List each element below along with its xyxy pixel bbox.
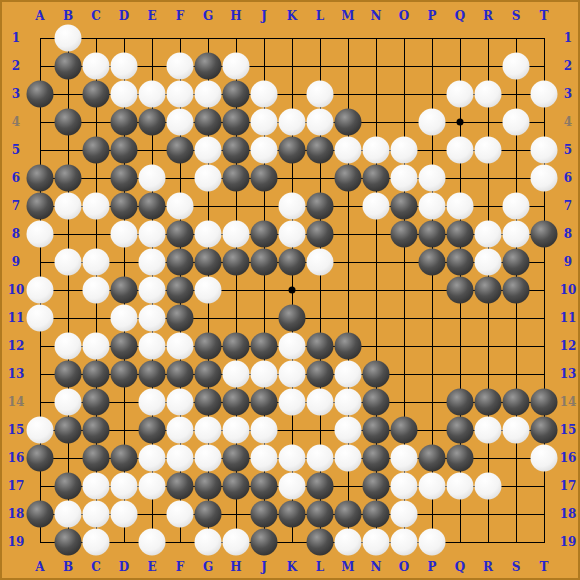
- row-label-left: 18: [8, 507, 25, 521]
- stone-white[interactable]: [139, 333, 166, 360]
- stone-black[interactable]: [139, 109, 166, 136]
- row-label-right: 19: [560, 535, 577, 549]
- stone-white[interactable]: [195, 165, 222, 192]
- row-label-right: 5: [564, 143, 572, 157]
- column-label-bottom: T: [540, 560, 549, 574]
- column-label-bottom: F: [176, 560, 185, 574]
- stone-black[interactable]: [167, 361, 194, 388]
- stone-black[interactable]: [447, 221, 474, 248]
- stone-black[interactable]: [419, 221, 446, 248]
- stone-black[interactable]: [195, 501, 222, 528]
- row-label-left: 10: [8, 283, 25, 297]
- stone-black[interactable]: [279, 305, 306, 332]
- row-label-right: 13: [560, 367, 577, 381]
- stone-white[interactable]: [335, 137, 362, 164]
- row-label-right: 15: [560, 423, 577, 437]
- column-label-top: C: [91, 9, 101, 23]
- stone-black[interactable]: [27, 81, 54, 108]
- stone-black[interactable]: [167, 221, 194, 248]
- stone-white[interactable]: [111, 81, 138, 108]
- stone-black[interactable]: [223, 249, 250, 276]
- stone-white[interactable]: [139, 389, 166, 416]
- row-label-right: 14: [560, 395, 577, 409]
- row-label-right: 11: [560, 311, 577, 325]
- stone-white[interactable]: [335, 389, 362, 416]
- stone-white[interactable]: [27, 221, 54, 248]
- row-label-right: 17: [560, 479, 577, 493]
- stone-white[interactable]: [279, 193, 306, 220]
- row-label-right: 3: [564, 87, 572, 101]
- row-label-right: 10: [560, 283, 577, 297]
- stone-white[interactable]: [251, 445, 278, 472]
- stone-black[interactable]: [391, 417, 418, 444]
- row-label-left: 17: [8, 479, 25, 493]
- stone-white[interactable]: [195, 417, 222, 444]
- stone-black[interactable]: [83, 389, 110, 416]
- row-label-left: 19: [8, 535, 25, 549]
- stone-black[interactable]: [447, 417, 474, 444]
- stone-white[interactable]: [83, 333, 110, 360]
- column-label-top: P: [427, 9, 436, 23]
- column-label-bottom: K: [287, 560, 297, 574]
- stone-white[interactable]: [111, 305, 138, 332]
- stone-black[interactable]: [447, 389, 474, 416]
- stone-white[interactable]: [167, 81, 194, 108]
- column-label-top: B: [63, 9, 73, 23]
- stone-black[interactable]: [363, 473, 390, 500]
- stone-white[interactable]: [167, 417, 194, 444]
- stone-white[interactable]: [83, 277, 110, 304]
- stone-black[interactable]: [167, 277, 194, 304]
- stone-white[interactable]: [111, 501, 138, 528]
- stone-white[interactable]: [139, 305, 166, 332]
- stone-black[interactable]: [391, 193, 418, 220]
- stone-white[interactable]: [27, 277, 54, 304]
- stone-white[interactable]: [419, 473, 446, 500]
- star-point: [457, 119, 464, 126]
- stone-black[interactable]: [363, 417, 390, 444]
- stone-white[interactable]: [167, 53, 194, 80]
- stone-white[interactable]: [139, 165, 166, 192]
- column-label-bottom: C: [91, 560, 101, 574]
- stone-black[interactable]: [55, 473, 82, 500]
- column-label-top: M: [341, 9, 354, 23]
- stone-black[interactable]: [83, 361, 110, 388]
- row-label-left: 14: [8, 395, 25, 409]
- stone-white[interactable]: [139, 249, 166, 276]
- stone-black[interactable]: [363, 501, 390, 528]
- stone-white[interactable]: [335, 361, 362, 388]
- stone-white[interactable]: [139, 81, 166, 108]
- stone-black[interactable]: [55, 109, 82, 136]
- stone-white[interactable]: [531, 81, 558, 108]
- stone-black[interactable]: [27, 501, 54, 528]
- stone-white[interactable]: [391, 165, 418, 192]
- stone-white[interactable]: [503, 109, 530, 136]
- stone-black[interactable]: [335, 501, 362, 528]
- stone-white[interactable]: [195, 277, 222, 304]
- stone-black[interactable]: [111, 333, 138, 360]
- row-label-left: 7: [12, 199, 20, 213]
- stone-black[interactable]: [83, 417, 110, 444]
- stone-black[interactable]: [531, 417, 558, 444]
- stone-white[interactable]: [195, 445, 222, 472]
- stone-black[interactable]: [531, 389, 558, 416]
- stone-black[interactable]: [27, 193, 54, 220]
- column-label-top: F: [176, 9, 185, 23]
- stone-black[interactable]: [195, 249, 222, 276]
- stone-black[interactable]: [167, 305, 194, 332]
- stone-white[interactable]: [195, 221, 222, 248]
- stone-black[interactable]: [223, 81, 250, 108]
- column-label-bottom: B: [63, 560, 73, 574]
- stone-black[interactable]: [363, 445, 390, 472]
- stone-black[interactable]: [307, 529, 334, 556]
- row-label-right: 1: [564, 31, 572, 45]
- stone-black[interactable]: [307, 361, 334, 388]
- stone-black[interactable]: [223, 109, 250, 136]
- stone-black[interactable]: [55, 529, 82, 556]
- stone-white[interactable]: [475, 221, 502, 248]
- stone-black[interactable]: [195, 333, 222, 360]
- stone-black[interactable]: [447, 277, 474, 304]
- stone-white[interactable]: [83, 53, 110, 80]
- stone-white[interactable]: [167, 501, 194, 528]
- row-label-right: 18: [560, 507, 577, 521]
- stone-white[interactable]: [83, 473, 110, 500]
- stone-white[interactable]: [447, 137, 474, 164]
- stone-white[interactable]: [531, 137, 558, 164]
- row-label-left: 1: [12, 31, 20, 45]
- column-label-bottom: M: [341, 560, 354, 574]
- stone-black[interactable]: [111, 361, 138, 388]
- stone-white[interactable]: [167, 333, 194, 360]
- stone-white[interactable]: [167, 389, 194, 416]
- stone-white[interactable]: [503, 221, 530, 248]
- stone-black[interactable]: [55, 361, 82, 388]
- stone-black[interactable]: [419, 249, 446, 276]
- stone-black[interactable]: [139, 193, 166, 220]
- stone-white[interactable]: [307, 389, 334, 416]
- stone-black[interactable]: [307, 473, 334, 500]
- stone-white[interactable]: [83, 529, 110, 556]
- stone-white[interactable]: [167, 193, 194, 220]
- stone-black[interactable]: [279, 249, 306, 276]
- column-label-bottom: S: [512, 560, 521, 574]
- stone-black[interactable]: [531, 221, 558, 248]
- row-label-right: 12: [560, 339, 577, 353]
- stone-white[interactable]: [279, 333, 306, 360]
- row-label-left: 4: [12, 115, 20, 129]
- stone-black[interactable]: [139, 361, 166, 388]
- stone-white[interactable]: [251, 109, 278, 136]
- row-label-left: 15: [8, 423, 25, 437]
- row-label-right: 8: [564, 227, 572, 241]
- column-label-top: O: [399, 9, 409, 23]
- stone-white[interactable]: [195, 81, 222, 108]
- stone-white[interactable]: [391, 501, 418, 528]
- stone-black[interactable]: [27, 445, 54, 472]
- column-label-bottom: L: [316, 560, 324, 574]
- row-label-left: 5: [12, 143, 20, 157]
- stone-black[interactable]: [251, 333, 278, 360]
- stone-white[interactable]: [223, 361, 250, 388]
- stone-white[interactable]: [363, 529, 390, 556]
- stone-white[interactable]: [419, 529, 446, 556]
- stone-white[interactable]: [335, 417, 362, 444]
- column-label-top: D: [119, 9, 129, 23]
- row-label-left: 6: [12, 171, 20, 185]
- stone-black[interactable]: [279, 137, 306, 164]
- stone-white[interactable]: [307, 81, 334, 108]
- stone-white[interactable]: [307, 109, 334, 136]
- stone-white[interactable]: [139, 445, 166, 472]
- stone-black[interactable]: [167, 249, 194, 276]
- stone-white[interactable]: [503, 417, 530, 444]
- go-board[interactable]: AABBCCDDEEFFGGHHJJKKLLMMNNOOPPQQRRSSTT11…: [0, 0, 580, 580]
- stone-white[interactable]: [531, 165, 558, 192]
- column-label-bottom: A: [35, 560, 44, 574]
- stone-white[interactable]: [391, 445, 418, 472]
- stone-black[interactable]: [223, 165, 250, 192]
- stone-white[interactable]: [279, 445, 306, 472]
- stone-black[interactable]: [55, 417, 82, 444]
- stone-black[interactable]: [139, 417, 166, 444]
- stone-black[interactable]: [27, 165, 54, 192]
- stone-white[interactable]: [195, 529, 222, 556]
- stone-white[interactable]: [279, 361, 306, 388]
- stone-black[interactable]: [475, 389, 502, 416]
- column-label-top: T: [540, 9, 549, 23]
- stone-white[interactable]: [55, 249, 82, 276]
- stone-black[interactable]: [223, 137, 250, 164]
- stone-black[interactable]: [111, 137, 138, 164]
- column-label-top: R: [483, 9, 493, 23]
- stone-black[interactable]: [391, 221, 418, 248]
- stone-black[interactable]: [251, 389, 278, 416]
- column-label-bottom: G: [203, 560, 213, 574]
- stone-white[interactable]: [55, 389, 82, 416]
- stone-white[interactable]: [139, 277, 166, 304]
- stone-white[interactable]: [447, 193, 474, 220]
- column-label-bottom: Q: [455, 560, 465, 574]
- stone-black[interactable]: [447, 249, 474, 276]
- stone-black[interactable]: [279, 501, 306, 528]
- column-label-top: S: [512, 9, 521, 23]
- stone-black[interactable]: [251, 473, 278, 500]
- stone-black[interactable]: [195, 389, 222, 416]
- stone-white[interactable]: [223, 529, 250, 556]
- stone-white[interactable]: [391, 137, 418, 164]
- row-label-left: 16: [8, 451, 25, 465]
- stone-white[interactable]: [363, 193, 390, 220]
- row-label-left: 8: [12, 227, 20, 241]
- stone-black[interactable]: [363, 361, 390, 388]
- stone-white[interactable]: [111, 53, 138, 80]
- stone-white[interactable]: [447, 473, 474, 500]
- stone-white[interactable]: [503, 53, 530, 80]
- column-label-top: A: [35, 9, 44, 23]
- stone-black[interactable]: [475, 277, 502, 304]
- stone-black[interactable]: [419, 445, 446, 472]
- row-label-right: 2: [564, 59, 572, 73]
- column-label-bottom: H: [230, 560, 241, 574]
- stone-white[interactable]: [251, 137, 278, 164]
- row-label-left: 2: [12, 59, 20, 73]
- stone-black[interactable]: [251, 165, 278, 192]
- column-label-bottom: P: [427, 560, 436, 574]
- stone-white[interactable]: [475, 473, 502, 500]
- stone-white[interactable]: [391, 529, 418, 556]
- stone-black[interactable]: [111, 165, 138, 192]
- stone-black[interactable]: [83, 81, 110, 108]
- column-label-top: Q: [455, 9, 465, 23]
- stone-black[interactable]: [223, 445, 250, 472]
- stone-white[interactable]: [111, 221, 138, 248]
- stone-white[interactable]: [55, 25, 82, 52]
- stone-white[interactable]: [251, 81, 278, 108]
- stone-white[interactable]: [503, 193, 530, 220]
- stone-white[interactable]: [307, 445, 334, 472]
- stone-white[interactable]: [419, 109, 446, 136]
- stone-white[interactable]: [279, 389, 306, 416]
- stone-white[interactable]: [307, 249, 334, 276]
- stone-white[interactable]: [83, 193, 110, 220]
- stone-white[interactable]: [335, 529, 362, 556]
- stone-white[interactable]: [55, 501, 82, 528]
- column-label-bottom: N: [371, 560, 382, 574]
- row-label-right: 16: [560, 451, 577, 465]
- stone-black[interactable]: [307, 501, 334, 528]
- stone-black[interactable]: [307, 221, 334, 248]
- stone-white[interactable]: [279, 221, 306, 248]
- stone-black[interactable]: [251, 221, 278, 248]
- stone-black[interactable]: [307, 333, 334, 360]
- stone-black[interactable]: [335, 109, 362, 136]
- stone-white[interactable]: [251, 417, 278, 444]
- stone-black[interactable]: [223, 473, 250, 500]
- stone-black[interactable]: [195, 473, 222, 500]
- stone-black[interactable]: [223, 389, 250, 416]
- column-label-top: K: [287, 9, 297, 23]
- stone-black[interactable]: [195, 361, 222, 388]
- column-label-top: J: [261, 9, 267, 23]
- stone-black[interactable]: [195, 109, 222, 136]
- stone-black[interactable]: [335, 165, 362, 192]
- column-label-bottom: J: [261, 560, 267, 574]
- column-label-top: L: [316, 9, 324, 23]
- row-label-left: 11: [8, 311, 25, 325]
- stone-white[interactable]: [419, 193, 446, 220]
- stone-white[interactable]: [531, 445, 558, 472]
- stone-white[interactable]: [447, 81, 474, 108]
- stone-black[interactable]: [83, 137, 110, 164]
- stone-white[interactable]: [139, 529, 166, 556]
- star-point: [289, 287, 296, 294]
- stone-white[interactable]: [363, 137, 390, 164]
- column-label-bottom: D: [119, 560, 129, 574]
- stone-white[interactable]: [83, 501, 110, 528]
- stone-black[interactable]: [167, 137, 194, 164]
- stone-white[interactable]: [475, 249, 502, 276]
- stone-white[interactable]: [55, 193, 82, 220]
- column-label-top: G: [203, 9, 213, 23]
- stone-black[interactable]: [55, 165, 82, 192]
- stone-white[interactable]: [475, 137, 502, 164]
- stone-black[interactable]: [111, 277, 138, 304]
- stone-black[interactable]: [223, 333, 250, 360]
- stone-black[interactable]: [335, 333, 362, 360]
- row-label-left: 12: [8, 339, 25, 353]
- stone-white[interactable]: [27, 305, 54, 332]
- stone-black[interactable]: [503, 389, 530, 416]
- column-label-top: E: [147, 9, 156, 23]
- stone-black[interactable]: [83, 445, 110, 472]
- stone-white[interactable]: [167, 109, 194, 136]
- stone-white[interactable]: [391, 473, 418, 500]
- row-label-left: 13: [8, 367, 25, 381]
- stone-black[interactable]: [363, 165, 390, 192]
- stone-white[interactable]: [223, 53, 250, 80]
- stone-black[interactable]: [251, 529, 278, 556]
- stone-white[interactable]: [223, 417, 250, 444]
- stone-black[interactable]: [307, 193, 334, 220]
- stone-white[interactable]: [55, 333, 82, 360]
- row-label-right: 6: [564, 171, 572, 185]
- stone-black[interactable]: [363, 389, 390, 416]
- stone-white[interactable]: [139, 473, 166, 500]
- column-label-top: N: [371, 9, 382, 23]
- column-label-bottom: R: [483, 560, 493, 574]
- stone-white[interactable]: [475, 417, 502, 444]
- stone-white[interactable]: [251, 361, 278, 388]
- row-label-left: 3: [12, 87, 20, 101]
- row-label-right: 4: [564, 115, 572, 129]
- stone-black[interactable]: [251, 249, 278, 276]
- stone-white[interactable]: [83, 249, 110, 276]
- stone-white[interactable]: [111, 473, 138, 500]
- stone-white[interactable]: [475, 81, 502, 108]
- stone-white[interactable]: [167, 445, 194, 472]
- column-label-bottom: O: [399, 560, 409, 574]
- stone-black[interactable]: [167, 473, 194, 500]
- stone-black[interactable]: [503, 277, 530, 304]
- stone-white[interactable]: [195, 137, 222, 164]
- stone-white[interactable]: [223, 221, 250, 248]
- stone-black[interactable]: [447, 445, 474, 472]
- stone-black[interactable]: [55, 53, 82, 80]
- stone-black[interactable]: [503, 249, 530, 276]
- row-label-right: 9: [564, 255, 572, 269]
- row-label-left: 9: [12, 255, 20, 269]
- stone-white[interactable]: [139, 221, 166, 248]
- stone-white[interactable]: [335, 445, 362, 472]
- column-label-bottom: E: [147, 560, 156, 574]
- row-label-right: 7: [564, 199, 572, 213]
- stone-black[interactable]: [251, 501, 278, 528]
- stone-white[interactable]: [279, 109, 306, 136]
- stone-black[interactable]: [111, 445, 138, 472]
- stone-white[interactable]: [419, 165, 446, 192]
- stone-white[interactable]: [27, 417, 54, 444]
- column-label-top: H: [230, 9, 241, 23]
- stone-black[interactable]: [195, 53, 222, 80]
- stone-white[interactable]: [279, 473, 306, 500]
- stone-black[interactable]: [111, 109, 138, 136]
- stone-black[interactable]: [111, 193, 138, 220]
- stone-black[interactable]: [307, 137, 334, 164]
